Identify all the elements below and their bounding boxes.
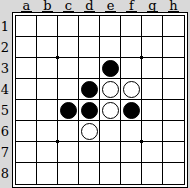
square-d4[interactable]	[79, 79, 100, 100]
row-label-3: 3	[0, 58, 12, 79]
square-e7[interactable]	[100, 142, 121, 163]
square-g3[interactable]	[142, 58, 163, 79]
row-label-4: 4	[0, 79, 12, 100]
white-disc-d6	[81, 123, 98, 140]
square-h8[interactable]	[163, 163, 184, 184]
white-disc-f4	[123, 81, 140, 98]
square-f8[interactable]	[121, 163, 142, 184]
othello-board-diagram: abcdefgh 12345678	[0, 0, 190, 188]
row-label-1: 1	[0, 16, 12, 37]
square-f1[interactable]	[121, 16, 142, 37]
square-a3[interactable]	[16, 58, 37, 79]
square-b4[interactable]	[37, 79, 58, 100]
square-e1[interactable]	[100, 16, 121, 37]
column-label-d: d	[84, 0, 95, 12]
row-label-8: 8	[0, 163, 12, 184]
square-d5[interactable]	[79, 100, 100, 121]
black-disc-d5	[81, 102, 98, 119]
black-disc-e3	[102, 60, 119, 77]
square-a7[interactable]	[16, 142, 37, 163]
column-label-e: e	[105, 0, 116, 12]
square-f4[interactable]	[121, 79, 142, 100]
square-h5[interactable]	[163, 100, 184, 121]
row-label-7: 7	[0, 142, 12, 163]
square-d1[interactable]	[79, 16, 100, 37]
column-label-f: f	[126, 0, 137, 12]
square-g6[interactable]	[142, 121, 163, 142]
square-a1[interactable]	[16, 16, 37, 37]
square-f2[interactable]	[121, 37, 142, 58]
board-frame	[12, 12, 188, 188]
square-b6[interactable]	[37, 121, 58, 142]
square-f3[interactable]	[121, 58, 142, 79]
square-g4[interactable]	[142, 79, 163, 100]
square-d7[interactable]	[79, 142, 100, 163]
square-a5[interactable]	[16, 100, 37, 121]
black-disc-c5	[60, 102, 77, 119]
square-a6[interactable]	[16, 121, 37, 142]
square-c8[interactable]	[58, 163, 79, 184]
board-area: 12345678	[0, 12, 190, 188]
square-h3[interactable]	[163, 58, 184, 79]
square-h4[interactable]	[163, 79, 184, 100]
square-a8[interactable]	[16, 163, 37, 184]
column-labels: abcdefgh	[16, 0, 190, 12]
star-point	[56, 140, 59, 143]
square-b8[interactable]	[37, 163, 58, 184]
square-b1[interactable]	[37, 16, 58, 37]
square-e8[interactable]	[100, 163, 121, 184]
column-label-g: g	[147, 0, 158, 12]
column-label-c: c	[63, 0, 74, 12]
star-point	[56, 56, 59, 59]
square-c4[interactable]	[58, 79, 79, 100]
white-disc-e4	[102, 81, 119, 98]
square-a4[interactable]	[16, 79, 37, 100]
square-h2[interactable]	[163, 37, 184, 58]
square-d3[interactable]	[79, 58, 100, 79]
row-label-5: 5	[0, 100, 12, 121]
row-labels: 12345678	[0, 12, 12, 188]
square-g7[interactable]	[142, 142, 163, 163]
square-h7[interactable]	[163, 142, 184, 163]
square-g1[interactable]	[142, 16, 163, 37]
square-g2[interactable]	[142, 37, 163, 58]
row-label-6: 6	[0, 121, 12, 142]
square-b2[interactable]	[37, 37, 58, 58]
square-d8[interactable]	[79, 163, 100, 184]
star-point	[140, 56, 143, 59]
square-c5[interactable]	[58, 100, 79, 121]
square-f5[interactable]	[121, 100, 142, 121]
square-f7[interactable]	[121, 142, 142, 163]
row-label-2: 2	[0, 37, 12, 58]
star-point	[140, 140, 143, 143]
square-e6[interactable]	[100, 121, 121, 142]
square-e3[interactable]	[100, 58, 121, 79]
square-c7[interactable]	[58, 142, 79, 163]
square-h6[interactable]	[163, 121, 184, 142]
column-label-a: a	[21, 0, 32, 12]
black-disc-f5	[123, 102, 140, 119]
square-c3[interactable]	[58, 58, 79, 79]
square-c2[interactable]	[58, 37, 79, 58]
square-d2[interactable]	[79, 37, 100, 58]
square-g5[interactable]	[142, 100, 163, 121]
square-e5[interactable]	[100, 100, 121, 121]
square-a2[interactable]	[16, 37, 37, 58]
square-b7[interactable]	[37, 142, 58, 163]
square-g8[interactable]	[142, 163, 163, 184]
square-b5[interactable]	[37, 100, 58, 121]
square-c1[interactable]	[58, 16, 79, 37]
column-label-h: h	[168, 0, 179, 12]
square-c6[interactable]	[58, 121, 79, 142]
square-e4[interactable]	[100, 79, 121, 100]
column-label-b: b	[42, 0, 53, 12]
square-d6[interactable]	[79, 121, 100, 142]
square-f6[interactable]	[121, 121, 142, 142]
square-h1[interactable]	[163, 16, 184, 37]
black-disc-d4	[81, 81, 98, 98]
white-disc-e5	[102, 102, 119, 119]
square-b3[interactable]	[37, 58, 58, 79]
square-e2[interactable]	[100, 37, 121, 58]
board-grid	[15, 15, 185, 185]
